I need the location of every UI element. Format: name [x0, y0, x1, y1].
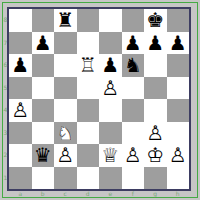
square-h5[interactable] — [167, 77, 190, 100]
white-rook-outline: ♖ — [77, 54, 100, 77]
square-b4[interactable] — [32, 99, 55, 122]
white-queen[interactable]: ♛♕ — [99, 144, 122, 167]
square-e6[interactable]: ♟ — [99, 54, 122, 77]
white-pawn[interactable]: ♟♙ — [167, 144, 190, 167]
square-c3[interactable]: ♞♘ — [54, 122, 77, 145]
square-d1[interactable] — [77, 167, 100, 190]
rank-label-5: 5 — [3, 77, 8, 100]
square-c6[interactable] — [54, 54, 77, 77]
white-king[interactable]: ♚♔ — [144, 144, 167, 167]
square-h7[interactable]: ♟ — [167, 32, 190, 55]
square-e1[interactable] — [99, 167, 122, 190]
white-pawn[interactable]: ♟♙ — [54, 144, 77, 167]
black-rook[interactable]: ♜ — [54, 9, 77, 32]
square-a6[interactable]: ♟ — [9, 54, 32, 77]
square-d7[interactable] — [77, 32, 100, 55]
square-e2[interactable]: ♛♕ — [99, 144, 122, 167]
square-a5[interactable] — [9, 77, 32, 100]
square-b7[interactable]: ♟ — [32, 32, 55, 55]
square-f3[interactable] — [122, 122, 145, 145]
square-b2[interactable]: ♛ — [32, 144, 55, 167]
white-pawn-outline: ♙ — [144, 122, 167, 145]
square-g1[interactable] — [144, 167, 167, 190]
square-c8[interactable]: ♜ — [54, 9, 77, 32]
black-pawn[interactable]: ♟ — [144, 32, 167, 55]
square-a7[interactable] — [9, 32, 32, 55]
square-h8[interactable] — [167, 9, 190, 32]
square-d8[interactable] — [77, 9, 100, 32]
white-pawn-outline: ♙ — [54, 144, 77, 167]
square-b3[interactable] — [32, 122, 55, 145]
square-f4[interactable] — [122, 99, 145, 122]
square-h2[interactable]: ♟♙ — [167, 144, 190, 167]
black-king[interactable]: ♚ — [144, 9, 167, 32]
square-a4[interactable]: ♟♙ — [9, 99, 32, 122]
square-c5[interactable] — [54, 77, 77, 100]
black-queen[interactable]: ♛ — [32, 144, 55, 167]
square-f6[interactable]: ♞ — [122, 54, 145, 77]
square-e4[interactable] — [99, 99, 122, 122]
white-pawn[interactable]: ♟♙ — [122, 144, 145, 167]
square-c1[interactable] — [54, 167, 77, 190]
square-a3[interactable] — [9, 122, 32, 145]
square-a8[interactable] — [9, 9, 32, 32]
black-pawn[interactable]: ♟ — [99, 54, 122, 77]
square-e7[interactable] — [99, 32, 122, 55]
square-f8[interactable] — [122, 9, 145, 32]
white-rook[interactable]: ♜♖ — [77, 54, 100, 77]
square-e8[interactable] — [99, 9, 122, 32]
square-b6[interactable] — [32, 54, 55, 77]
black-pawn[interactable]: ♟ — [32, 32, 55, 55]
file-label-c: c — [54, 190, 77, 197]
rank-label-2: 2 — [3, 144, 8, 167]
square-f2[interactable]: ♟♙ — [122, 144, 145, 167]
rank-label-8: 8 — [3, 9, 8, 32]
square-g7[interactable]: ♟ — [144, 32, 167, 55]
square-g2[interactable]: ♚♔ — [144, 144, 167, 167]
white-pawn[interactable]: ♟♙ — [144, 122, 167, 145]
square-c2[interactable]: ♟♙ — [54, 144, 77, 167]
square-d3[interactable] — [77, 122, 100, 145]
file-label-h: h — [167, 190, 190, 197]
square-e3[interactable] — [99, 122, 122, 145]
file-label-a: a — [9, 190, 32, 197]
square-d5[interactable] — [77, 77, 100, 100]
white-pawn[interactable]: ♟♙ — [9, 99, 32, 122]
square-e5[interactable]: ♟♙ — [99, 77, 122, 100]
white-king-outline: ♔ — [144, 144, 167, 167]
square-f7[interactable]: ♟ — [122, 32, 145, 55]
white-knight[interactable]: ♞♘ — [54, 122, 77, 145]
square-b8[interactable] — [32, 9, 55, 32]
square-b1[interactable] — [32, 167, 55, 190]
square-a2[interactable] — [9, 144, 32, 167]
chess-board: ♜♚♟♟♟♟♟♜♖♟♞♟♙♟♙♞♘♟♙♛♟♙♛♕♟♙♚♔♟♙ — [7, 7, 191, 191]
white-knight-outline: ♘ — [54, 122, 77, 145]
black-pawn[interactable]: ♟ — [167, 32, 190, 55]
white-queen-outline: ♕ — [99, 144, 122, 167]
white-pawn-outline: ♙ — [122, 144, 145, 167]
square-g8[interactable]: ♚ — [144, 9, 167, 32]
file-label-d: d — [77, 190, 100, 197]
square-d2[interactable] — [77, 144, 100, 167]
white-pawn-outline: ♙ — [167, 144, 190, 167]
square-g6[interactable] — [144, 54, 167, 77]
rank-label-6: 6 — [3, 54, 8, 77]
file-label-f: f — [122, 190, 145, 197]
file-label-b: b — [32, 190, 55, 197]
square-b5[interactable] — [32, 77, 55, 100]
white-pawn-outline: ♙ — [99, 77, 122, 100]
square-g3[interactable]: ♟♙ — [144, 122, 167, 145]
white-pawn[interactable]: ♟♙ — [99, 77, 122, 100]
square-f1[interactable] — [122, 167, 145, 190]
file-label-e: e — [99, 190, 122, 197]
black-knight[interactable]: ♞ — [122, 54, 145, 77]
square-g4[interactable] — [144, 99, 167, 122]
rank-label-3: 3 — [3, 122, 8, 145]
file-label-g: g — [144, 190, 167, 197]
square-h6[interactable] — [167, 54, 190, 77]
square-h3[interactable] — [167, 122, 190, 145]
square-c7[interactable] — [54, 32, 77, 55]
square-d4[interactable] — [77, 99, 100, 122]
square-a1[interactable] — [9, 167, 32, 190]
rank-label-7: 7 — [3, 32, 8, 55]
square-f5[interactable] — [122, 77, 145, 100]
black-pawn[interactable]: ♟ — [122, 32, 145, 55]
square-h1[interactable] — [167, 167, 190, 190]
square-c4[interactable] — [54, 99, 77, 122]
rank-label-1: 1 — [3, 167, 8, 190]
rank-label-4: 4 — [3, 99, 8, 122]
square-h4[interactable] — [167, 99, 190, 122]
black-pawn[interactable]: ♟ — [9, 54, 32, 77]
square-d6[interactable]: ♜♖ — [77, 54, 100, 77]
square-g5[interactable] — [144, 77, 167, 100]
white-pawn-outline: ♙ — [9, 99, 32, 122]
